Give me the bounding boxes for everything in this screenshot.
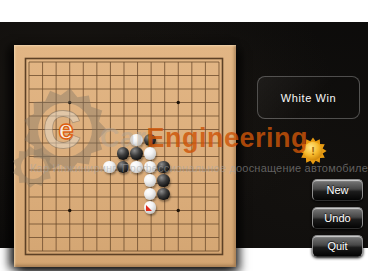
intersection[interactable] bbox=[116, 106, 130, 120]
intersection[interactable] bbox=[89, 133, 103, 147]
intersection[interactable] bbox=[170, 79, 184, 93]
intersection[interactable] bbox=[21, 133, 35, 147]
intersection[interactable] bbox=[21, 174, 35, 188]
intersection[interactable] bbox=[157, 93, 171, 107]
intersection[interactable] bbox=[211, 187, 225, 201]
intersection[interactable] bbox=[75, 187, 89, 201]
intersection[interactable] bbox=[21, 93, 35, 107]
intersection[interactable] bbox=[157, 106, 171, 120]
intersection[interactable] bbox=[48, 241, 62, 255]
intersection[interactable] bbox=[62, 66, 76, 80]
intersection[interactable] bbox=[75, 133, 89, 147]
stone-black bbox=[116, 160, 130, 174]
intersection[interactable] bbox=[198, 147, 212, 161]
intersection[interactable] bbox=[75, 93, 89, 107]
intersection[interactable] bbox=[211, 106, 225, 120]
intersection[interactable] bbox=[130, 174, 144, 188]
intersection[interactable] bbox=[116, 52, 130, 66]
intersection[interactable] bbox=[184, 52, 198, 66]
stone-white bbox=[130, 133, 144, 147]
intersection[interactable] bbox=[48, 133, 62, 147]
intersection[interactable] bbox=[103, 120, 117, 134]
intersection[interactable] bbox=[35, 93, 49, 107]
stone-black bbox=[157, 174, 171, 188]
intersection[interactable] bbox=[198, 187, 212, 201]
intersection[interactable] bbox=[130, 120, 144, 134]
intersection[interactable] bbox=[89, 228, 103, 242]
intersection[interactable] bbox=[184, 106, 198, 120]
intersection[interactable] bbox=[143, 120, 157, 134]
intersection[interactable] bbox=[211, 66, 225, 80]
intersection[interactable] bbox=[89, 241, 103, 255]
intersection[interactable] bbox=[116, 228, 130, 242]
stone-black bbox=[116, 147, 130, 161]
stone-white bbox=[143, 187, 157, 201]
intersection[interactable] bbox=[184, 93, 198, 107]
intersection[interactable] bbox=[211, 241, 225, 255]
intersection[interactable] bbox=[116, 214, 130, 228]
intersection[interactable] bbox=[21, 228, 35, 242]
intersection[interactable] bbox=[184, 228, 198, 242]
intersection[interactable] bbox=[75, 201, 89, 215]
intersection[interactable] bbox=[21, 241, 35, 255]
intersection[interactable] bbox=[62, 52, 76, 66]
intersection[interactable] bbox=[103, 147, 117, 161]
intersection[interactable] bbox=[170, 120, 184, 134]
intersection[interactable] bbox=[89, 79, 103, 93]
intersection[interactable] bbox=[48, 228, 62, 242]
intersection[interactable] bbox=[21, 52, 35, 66]
intersection[interactable] bbox=[211, 93, 225, 107]
intersection[interactable] bbox=[116, 187, 130, 201]
intersection[interactable] bbox=[170, 174, 184, 188]
intersection[interactable] bbox=[48, 160, 62, 174]
intersection[interactable] bbox=[143, 52, 157, 66]
intersection[interactable] bbox=[198, 201, 212, 215]
intersection[interactable] bbox=[170, 52, 184, 66]
intersection[interactable] bbox=[170, 93, 184, 107]
intersection[interactable] bbox=[62, 174, 76, 188]
quit-button-label: Quit bbox=[327, 240, 347, 252]
intersection[interactable] bbox=[89, 187, 103, 201]
intersection[interactable] bbox=[35, 174, 49, 188]
quit-button[interactable]: Quit bbox=[312, 235, 363, 257]
intersection[interactable] bbox=[21, 147, 35, 161]
intersection[interactable] bbox=[211, 228, 225, 242]
stone-black bbox=[157, 187, 171, 201]
intersection[interactable] bbox=[211, 79, 225, 93]
intersection[interactable] bbox=[62, 106, 76, 120]
undo-button[interactable]: Undo bbox=[312, 207, 363, 229]
intersection[interactable] bbox=[62, 160, 76, 174]
intersection[interactable] bbox=[198, 228, 212, 242]
intersection[interactable] bbox=[116, 79, 130, 93]
intersection[interactable] bbox=[35, 214, 49, 228]
intersection[interactable] bbox=[89, 66, 103, 80]
stone-white bbox=[143, 147, 157, 161]
intersection[interactable] bbox=[62, 214, 76, 228]
intersection[interactable] bbox=[198, 241, 212, 255]
intersection[interactable] bbox=[157, 241, 171, 255]
intersection[interactable] bbox=[62, 187, 76, 201]
intersection[interactable] bbox=[130, 66, 144, 80]
intersection[interactable] bbox=[130, 106, 144, 120]
stone-white bbox=[143, 160, 157, 174]
top-white-margin bbox=[0, 0, 368, 22]
intersection[interactable] bbox=[75, 79, 89, 93]
intersection[interactable] bbox=[211, 160, 225, 174]
intersection[interactable] bbox=[103, 66, 117, 80]
intersection[interactable] bbox=[48, 52, 62, 66]
intersection[interactable] bbox=[170, 187, 184, 201]
intersection[interactable] bbox=[21, 160, 35, 174]
intersection[interactable] bbox=[21, 214, 35, 228]
intersection[interactable] bbox=[21, 106, 35, 120]
intersection[interactable] bbox=[211, 120, 225, 134]
intersection[interactable] bbox=[75, 174, 89, 188]
intersection[interactable] bbox=[35, 160, 49, 174]
intersection[interactable] bbox=[75, 106, 89, 120]
app-background: White Win ! New Undo Quit bbox=[0, 22, 368, 248]
intersection[interactable] bbox=[89, 174, 103, 188]
intersection[interactable] bbox=[75, 228, 89, 242]
intersection[interactable] bbox=[143, 79, 157, 93]
intersection[interactable] bbox=[89, 201, 103, 215]
intersection[interactable] bbox=[116, 93, 130, 107]
intersection[interactable] bbox=[143, 66, 157, 80]
intersection[interactable] bbox=[35, 228, 49, 242]
intersection[interactable] bbox=[211, 147, 225, 161]
intersection[interactable] bbox=[184, 66, 198, 80]
intersection[interactable] bbox=[130, 214, 144, 228]
intersection[interactable] bbox=[48, 79, 62, 93]
intersection[interactable] bbox=[170, 160, 184, 174]
intersection[interactable] bbox=[143, 228, 157, 242]
screenshot: White Win ! New Undo Quit bbox=[0, 0, 368, 271]
intersection[interactable] bbox=[157, 133, 171, 147]
intersection[interactable] bbox=[35, 120, 49, 134]
intersection[interactable] bbox=[170, 214, 184, 228]
intersection[interactable] bbox=[184, 214, 198, 228]
intersection[interactable] bbox=[143, 214, 157, 228]
intersection[interactable] bbox=[35, 201, 49, 215]
intersection[interactable] bbox=[198, 174, 212, 188]
intersection[interactable] bbox=[48, 147, 62, 161]
intersection[interactable] bbox=[198, 93, 212, 107]
intersection[interactable] bbox=[103, 214, 117, 228]
intersection[interactable] bbox=[211, 133, 225, 147]
badge-exclamation: ! bbox=[311, 145, 315, 157]
intersection[interactable] bbox=[157, 147, 171, 161]
intersection[interactable] bbox=[75, 214, 89, 228]
intersection[interactable] bbox=[170, 66, 184, 80]
intersection[interactable] bbox=[75, 241, 89, 255]
intersection[interactable] bbox=[116, 201, 130, 215]
intersection[interactable] bbox=[184, 160, 198, 174]
intersection[interactable] bbox=[157, 79, 171, 93]
intersection[interactable] bbox=[35, 79, 49, 93]
intersection[interactable] bbox=[157, 228, 171, 242]
intersection[interactable] bbox=[184, 147, 198, 161]
intersection[interactable] bbox=[21, 120, 35, 134]
intersection[interactable] bbox=[35, 147, 49, 161]
intersection[interactable] bbox=[198, 160, 212, 174]
intersection[interactable] bbox=[157, 66, 171, 80]
intersection[interactable] bbox=[184, 120, 198, 134]
intersection[interactable] bbox=[130, 93, 144, 107]
intersection[interactable] bbox=[211, 201, 225, 215]
intersection[interactable] bbox=[211, 174, 225, 188]
intersection[interactable] bbox=[62, 79, 76, 93]
intersection[interactable] bbox=[143, 241, 157, 255]
intersection[interactable] bbox=[103, 106, 117, 120]
intersection[interactable] bbox=[211, 214, 225, 228]
intersection[interactable] bbox=[62, 241, 76, 255]
intersection[interactable] bbox=[103, 93, 117, 107]
intersection[interactable] bbox=[75, 66, 89, 80]
intersection[interactable] bbox=[157, 201, 171, 215]
intersection[interactable] bbox=[198, 52, 212, 66]
intersection[interactable] bbox=[48, 106, 62, 120]
intersection[interactable] bbox=[35, 133, 49, 147]
intersection[interactable] bbox=[89, 93, 103, 107]
intersection[interactable] bbox=[48, 93, 62, 107]
intersection[interactable] bbox=[48, 174, 62, 188]
intersection[interactable] bbox=[48, 66, 62, 80]
intersection[interactable] bbox=[170, 228, 184, 242]
intersection[interactable] bbox=[198, 79, 212, 93]
intersection[interactable] bbox=[103, 79, 117, 93]
intersection[interactable] bbox=[89, 52, 103, 66]
intersection[interactable] bbox=[75, 160, 89, 174]
intersection[interactable] bbox=[75, 52, 89, 66]
intersection[interactable] bbox=[116, 241, 130, 255]
intersection[interactable] bbox=[103, 133, 117, 147]
intersection[interactable] bbox=[35, 66, 49, 80]
intersection[interactable] bbox=[103, 228, 117, 242]
intersection[interactable] bbox=[62, 201, 76, 215]
intersection[interactable] bbox=[130, 228, 144, 242]
status-panel: White Win bbox=[257, 76, 360, 119]
intersection[interactable] bbox=[130, 52, 144, 66]
game-board[interactable] bbox=[14, 45, 236, 267]
intersection[interactable] bbox=[89, 160, 103, 174]
intersection[interactable] bbox=[103, 52, 117, 66]
intersection[interactable] bbox=[21, 66, 35, 80]
intersection[interactable] bbox=[21, 79, 35, 93]
stone-black bbox=[130, 147, 144, 161]
last-move-marker bbox=[146, 205, 152, 211]
intersection[interactable] bbox=[211, 52, 225, 66]
intersection[interactable] bbox=[89, 106, 103, 120]
stone-black bbox=[157, 160, 171, 174]
intersection[interactable] bbox=[170, 201, 184, 215]
intersection[interactable] bbox=[184, 187, 198, 201]
intersection[interactable] bbox=[103, 241, 117, 255]
intersection[interactable] bbox=[21, 187, 35, 201]
intersection[interactable] bbox=[35, 187, 49, 201]
intersection[interactable] bbox=[89, 214, 103, 228]
new-button[interactable]: New bbox=[312, 179, 363, 201]
intersection[interactable] bbox=[157, 120, 171, 134]
intersection[interactable] bbox=[157, 52, 171, 66]
intersection[interactable] bbox=[198, 106, 212, 120]
intersection[interactable] bbox=[35, 52, 49, 66]
intersection[interactable] bbox=[48, 120, 62, 134]
intersection[interactable] bbox=[48, 187, 62, 201]
intersection[interactable] bbox=[143, 106, 157, 120]
intersection[interactable] bbox=[62, 228, 76, 242]
intersection[interactable] bbox=[21, 201, 35, 215]
stone-black bbox=[143, 133, 157, 147]
intersection[interactable] bbox=[89, 147, 103, 161]
stone-white bbox=[103, 160, 117, 174]
intersection[interactable] bbox=[143, 93, 157, 107]
intersection[interactable] bbox=[103, 174, 117, 188]
intersection[interactable] bbox=[184, 241, 198, 255]
winner-sun-icon: ! bbox=[299, 137, 327, 165]
intersection[interactable] bbox=[116, 120, 130, 134]
intersection[interactable] bbox=[48, 201, 62, 215]
intersection[interactable] bbox=[48, 214, 62, 228]
intersection[interactable] bbox=[170, 106, 184, 120]
intersection[interactable] bbox=[103, 201, 117, 215]
stone-white bbox=[143, 174, 157, 188]
intersection[interactable] bbox=[184, 133, 198, 147]
intersection[interactable] bbox=[130, 187, 144, 201]
intersection[interactable] bbox=[157, 214, 171, 228]
intersection[interactable] bbox=[116, 133, 130, 147]
intersection[interactable] bbox=[75, 147, 89, 161]
intersection[interactable] bbox=[184, 174, 198, 188]
intersection[interactable] bbox=[62, 147, 76, 161]
intersection[interactable] bbox=[116, 174, 130, 188]
intersection[interactable] bbox=[103, 187, 117, 201]
stone-white bbox=[143, 201, 157, 215]
intersection[interactable] bbox=[62, 133, 76, 147]
intersection[interactable] bbox=[62, 120, 76, 134]
intersection[interactable] bbox=[170, 241, 184, 255]
intersection[interactable] bbox=[116, 66, 130, 80]
intersection[interactable] bbox=[130, 241, 144, 255]
intersection[interactable] bbox=[130, 201, 144, 215]
intersection[interactable] bbox=[75, 120, 89, 134]
stone-white bbox=[130, 160, 144, 174]
intersection[interactable] bbox=[62, 93, 76, 107]
intersection[interactable] bbox=[35, 106, 49, 120]
intersection[interactable] bbox=[35, 241, 49, 255]
intersection[interactable] bbox=[198, 120, 212, 134]
intersection[interactable] bbox=[170, 133, 184, 147]
undo-button-label: Undo bbox=[324, 212, 350, 224]
new-button-label: New bbox=[326, 184, 348, 196]
status-text: White Win bbox=[281, 92, 337, 104]
intersection[interactable] bbox=[198, 66, 212, 80]
intersection[interactable] bbox=[170, 147, 184, 161]
intersection[interactable] bbox=[198, 214, 212, 228]
intersection[interactable] bbox=[130, 79, 144, 93]
intersection[interactable] bbox=[198, 133, 212, 147]
intersection[interactable] bbox=[184, 201, 198, 215]
intersection[interactable] bbox=[89, 120, 103, 134]
intersection[interactable] bbox=[184, 79, 198, 93]
stones-layer bbox=[21, 52, 224, 255]
